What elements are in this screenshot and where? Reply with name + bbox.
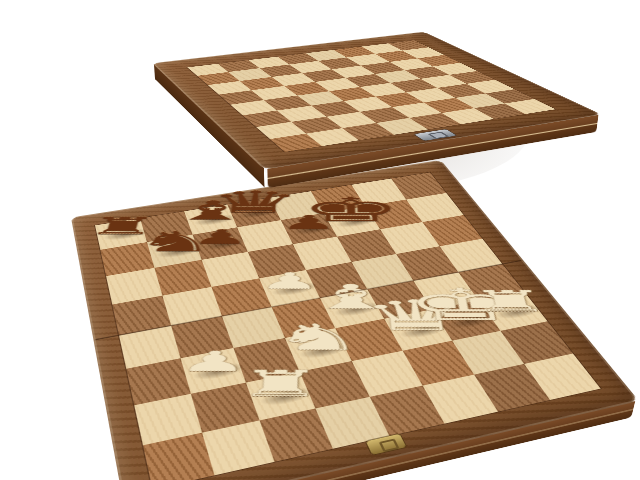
box-square xyxy=(407,88,455,102)
piece-shadow xyxy=(191,360,247,383)
box-square xyxy=(311,101,359,116)
box-square xyxy=(264,96,311,111)
square-b3 xyxy=(181,348,246,394)
square-a4 xyxy=(119,326,181,369)
piece-white-pawn-b3: ♟ xyxy=(182,333,247,372)
square-g2 xyxy=(452,331,524,375)
square-a2 xyxy=(134,394,202,445)
scene: ♜♝♛♞♟♟♚♟♝♟♞♛♚♜♜ xyxy=(0,0,640,480)
box-square xyxy=(344,97,392,112)
square-c2 xyxy=(246,372,316,421)
piece-shadow xyxy=(397,320,451,341)
closed-chessboard-box xyxy=(152,32,602,170)
piece-black-knight-b7: ♞ xyxy=(147,224,205,253)
open-chessboard: ♜♝♛♞♟♟♚♟♝♟♞♛♚♜♜ xyxy=(71,160,639,480)
square-a1 xyxy=(143,433,214,480)
piece-black-pawn-e7: ♟ xyxy=(283,203,334,230)
box-square xyxy=(375,92,423,107)
square-a3 xyxy=(126,358,191,405)
box-square xyxy=(297,91,344,106)
square-f2 xyxy=(403,341,474,386)
square-d3 xyxy=(285,328,352,371)
square-d2 xyxy=(300,361,370,408)
box-square xyxy=(424,98,474,113)
piece-shadow xyxy=(297,340,352,362)
